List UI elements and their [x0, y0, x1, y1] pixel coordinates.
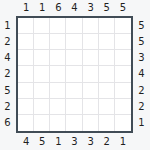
cell-r6-c4[interactable]	[66, 99, 82, 115]
cell-r2-c3[interactable]	[50, 34, 66, 50]
cell-r5-c5[interactable]	[83, 83, 99, 99]
cell-r7-c6[interactable]	[99, 115, 115, 131]
clue-bottom-5: 3	[83, 134, 99, 149]
cell-r6-c1[interactable]	[18, 99, 34, 115]
bottom-clues: 4 5 1 3 3 2 1	[18, 134, 131, 149]
cell-r3-c5[interactable]	[83, 50, 99, 66]
cell-r5-c2[interactable]	[34, 83, 50, 99]
cell-r4-c5[interactable]	[83, 66, 99, 82]
cell-r6-c2[interactable]	[34, 99, 50, 115]
clue-right-4: 4	[134, 66, 149, 82]
cell-r3-c2[interactable]	[34, 50, 50, 66]
puzzle-grid	[16, 16, 133, 133]
clue-left-4: 2	[0, 66, 15, 82]
cell-r7-c4[interactable]	[66, 115, 82, 131]
clue-top-5: 3	[83, 0, 99, 15]
top-clues: 1 1 6 4 3 5 5	[18, 0, 131, 15]
cell-r6-c3[interactable]	[50, 99, 66, 115]
cell-r6-c5[interactable]	[83, 99, 99, 115]
clue-bottom-6: 2	[99, 134, 115, 149]
cell-r1-c7[interactable]	[115, 18, 131, 34]
cell-r1-c4[interactable]	[66, 18, 82, 34]
cell-r2-c4[interactable]	[66, 34, 82, 50]
clue-right-5: 2	[134, 83, 149, 99]
clue-left-3: 4	[0, 50, 15, 66]
cell-r2-c2[interactable]	[34, 34, 50, 50]
cell-r6-c6[interactable]	[99, 99, 115, 115]
cell-r7-c7[interactable]	[115, 115, 131, 131]
clue-top-7: 5	[115, 0, 131, 15]
cell-r3-c6[interactable]	[99, 50, 115, 66]
cell-r2-c5[interactable]	[83, 34, 99, 50]
cell-r4-c1[interactable]	[18, 66, 34, 82]
cell-r3-c4[interactable]	[66, 50, 82, 66]
cell-r3-c3[interactable]	[50, 50, 66, 66]
cell-r2-c1[interactable]	[18, 34, 34, 50]
clue-right-3: 3	[134, 50, 149, 66]
cell-r1-c1[interactable]	[18, 18, 34, 34]
clue-top-6: 5	[99, 0, 115, 15]
cell-r4-c4[interactable]	[66, 66, 82, 82]
cell-r3-c1[interactable]	[18, 50, 34, 66]
clue-bottom-2: 5	[34, 134, 50, 149]
clue-bottom-3: 1	[50, 134, 66, 149]
cell-r5-c1[interactable]	[18, 83, 34, 99]
clue-top-4: 4	[66, 0, 82, 15]
clue-left-1: 1	[0, 18, 15, 34]
cell-r5-c6[interactable]	[99, 83, 115, 99]
left-clues: 1 2 4 2 5 2 6	[0, 18, 15, 131]
skyscrapers-puzzle: 1 1 6 4 3 5 5 1 2 4 2 5 2 6 5 5 3 4 2 2 …	[0, 0, 150, 150]
cell-r4-c3[interactable]	[50, 66, 66, 82]
cell-r1-c3[interactable]	[50, 18, 66, 34]
cell-r5-c4[interactable]	[66, 83, 82, 99]
cell-r1-c5[interactable]	[83, 18, 99, 34]
cell-r7-c1[interactable]	[18, 115, 34, 131]
cell-r7-c5[interactable]	[83, 115, 99, 131]
clue-right-7: 1	[134, 115, 149, 131]
clue-top-2: 1	[34, 0, 50, 15]
cell-r7-c2[interactable]	[34, 115, 50, 131]
clue-bottom-1: 4	[18, 134, 34, 149]
cell-r4-c2[interactable]	[34, 66, 50, 82]
clue-top-3: 6	[50, 0, 66, 15]
cell-r2-c6[interactable]	[99, 34, 115, 50]
cell-r6-c7[interactable]	[115, 99, 131, 115]
clue-left-6: 2	[0, 99, 15, 115]
clue-left-5: 5	[0, 83, 15, 99]
clue-bottom-4: 3	[66, 134, 82, 149]
right-clues: 5 5 3 4 2 2 1	[134, 18, 149, 131]
clue-left-7: 6	[0, 115, 15, 131]
cell-r3-c7[interactable]	[115, 50, 131, 66]
cell-r4-c6[interactable]	[99, 66, 115, 82]
clue-left-2: 2	[0, 34, 15, 50]
cell-r2-c7[interactable]	[115, 34, 131, 50]
clue-right-2: 5	[134, 34, 149, 50]
cell-r1-c6[interactable]	[99, 18, 115, 34]
cell-r1-c2[interactable]	[34, 18, 50, 34]
clue-right-1: 5	[134, 18, 149, 34]
cell-r5-c7[interactable]	[115, 83, 131, 99]
cell-r5-c3[interactable]	[50, 83, 66, 99]
clue-bottom-7: 1	[115, 134, 131, 149]
cell-r7-c3[interactable]	[50, 115, 66, 131]
clue-top-1: 1	[18, 0, 34, 15]
clue-right-6: 2	[134, 99, 149, 115]
cell-r4-c7[interactable]	[115, 66, 131, 82]
